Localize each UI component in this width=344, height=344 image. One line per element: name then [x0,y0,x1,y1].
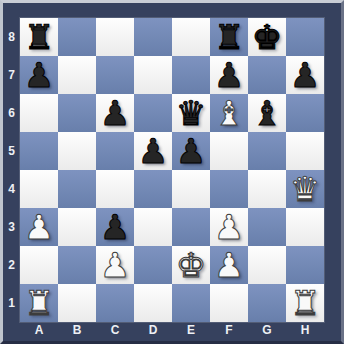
square-g4[interactable] [248,170,286,208]
square-a4[interactable] [20,170,58,208]
chess-diagram: 87654321 ♜♜♚♟♟♟♟♛♝♝♟♟♛♟♟♟♟♚♟♜♜ ABCDEFGH [0,0,344,344]
black-pawn-a7[interactable]: ♟ [24,56,54,94]
square-b7[interactable] [58,56,96,94]
square-h3[interactable] [286,208,324,246]
file-label-b: B [58,322,96,341]
square-g6[interactable]: ♝ [248,94,286,132]
square-e4[interactable] [172,170,210,208]
white-pawn-c2[interactable]: ♟ [100,246,130,284]
square-c3[interactable]: ♟ [96,208,134,246]
square-e6[interactable]: ♛ [172,94,210,132]
square-e1[interactable] [172,284,210,322]
square-f5[interactable] [210,132,248,170]
square-b8[interactable] [58,18,96,56]
square-e3[interactable] [172,208,210,246]
file-label-f: F [210,322,248,341]
white-pawn-f3[interactable]: ♟ [214,208,244,246]
rank-label-1: 1 [3,284,20,322]
square-a2[interactable] [20,246,58,284]
square-a7[interactable]: ♟ [20,56,58,94]
square-h5[interactable] [286,132,324,170]
square-f6[interactable]: ♝ [210,94,248,132]
black-bishop-g6[interactable]: ♝ [252,94,282,132]
white-pawn-f2[interactable]: ♟ [214,246,244,284]
square-b5[interactable] [58,132,96,170]
square-b6[interactable] [58,94,96,132]
black-queen-e6[interactable]: ♛ [176,94,206,132]
white-king-e2[interactable]: ♚ [176,246,206,284]
file-label-d: D [134,322,172,341]
square-c5[interactable] [96,132,134,170]
black-pawn-c6[interactable]: ♟ [100,94,130,132]
square-a1[interactable]: ♜ [20,284,58,322]
square-d1[interactable] [134,284,172,322]
file-label-c: C [96,322,134,341]
white-pawn-a3[interactable]: ♟ [24,208,54,246]
square-e2[interactable]: ♚ [172,246,210,284]
square-g2[interactable] [248,246,286,284]
rank-label-7: 7 [3,56,20,94]
white-bishop-f6[interactable]: ♝ [214,94,244,132]
square-c2[interactable]: ♟ [96,246,134,284]
square-e7[interactable] [172,56,210,94]
file-label-e: E [172,322,210,341]
square-d4[interactable] [134,170,172,208]
white-rook-a1[interactable]: ♜ [24,284,54,322]
black-pawn-h7[interactable]: ♟ [290,56,320,94]
square-f8[interactable]: ♜ [210,18,248,56]
square-c1[interactable] [96,284,134,322]
square-f2[interactable]: ♟ [210,246,248,284]
square-b2[interactable] [58,246,96,284]
square-h7[interactable]: ♟ [286,56,324,94]
square-g1[interactable] [248,284,286,322]
white-queen-h4[interactable]: ♛ [290,170,320,208]
square-a8[interactable]: ♜ [20,18,58,56]
square-h2[interactable] [286,246,324,284]
square-c7[interactable] [96,56,134,94]
square-b4[interactable] [58,170,96,208]
black-rook-f8[interactable]: ♜ [214,18,244,56]
square-h4[interactable]: ♛ [286,170,324,208]
file-label-g: G [248,322,286,341]
rank-label-3: 3 [3,208,20,246]
rank-label-2: 2 [3,246,20,284]
square-f4[interactable] [210,170,248,208]
file-labels: ABCDEFGH [20,322,324,341]
rank-label-4: 4 [3,170,20,208]
square-e8[interactable] [172,18,210,56]
square-a5[interactable] [20,132,58,170]
rank-labels: 87654321 [3,18,20,322]
chess-board: ♜♜♚♟♟♟♟♛♝♝♟♟♛♟♟♟♟♚♟♜♜ [20,18,324,322]
square-c4[interactable] [96,170,134,208]
square-f3[interactable]: ♟ [210,208,248,246]
square-g7[interactable] [248,56,286,94]
square-d6[interactable] [134,94,172,132]
square-g5[interactable] [248,132,286,170]
black-pawn-d5[interactable]: ♟ [138,132,168,170]
square-d8[interactable] [134,18,172,56]
square-c6[interactable]: ♟ [96,94,134,132]
square-e5[interactable]: ♟ [172,132,210,170]
white-rook-h1[interactable]: ♜ [290,284,320,322]
file-label-h: H [286,322,324,341]
rank-label-6: 6 [3,94,20,132]
file-label-a: A [20,322,58,341]
square-g8[interactable]: ♚ [248,18,286,56]
black-king-g8[interactable]: ♚ [252,18,282,56]
square-h8[interactable] [286,18,324,56]
square-d5[interactable]: ♟ [134,132,172,170]
square-f7[interactable]: ♟ [210,56,248,94]
square-c8[interactable] [96,18,134,56]
black-pawn-e5[interactable]: ♟ [176,132,206,170]
square-b3[interactable] [58,208,96,246]
square-d7[interactable] [134,56,172,94]
square-h1[interactable]: ♜ [286,284,324,322]
square-b1[interactable] [58,284,96,322]
square-d3[interactable] [134,208,172,246]
square-h6[interactable] [286,94,324,132]
black-rook-a8[interactable]: ♜ [24,18,54,56]
square-a3[interactable]: ♟ [20,208,58,246]
square-f1[interactable] [210,284,248,322]
square-d2[interactable] [134,246,172,284]
black-pawn-c3[interactable]: ♟ [100,208,130,246]
rank-label-5: 5 [3,132,20,170]
rank-label-8: 8 [3,18,20,56]
square-g3[interactable] [248,208,286,246]
square-a6[interactable] [20,94,58,132]
black-pawn-f7[interactable]: ♟ [214,56,244,94]
